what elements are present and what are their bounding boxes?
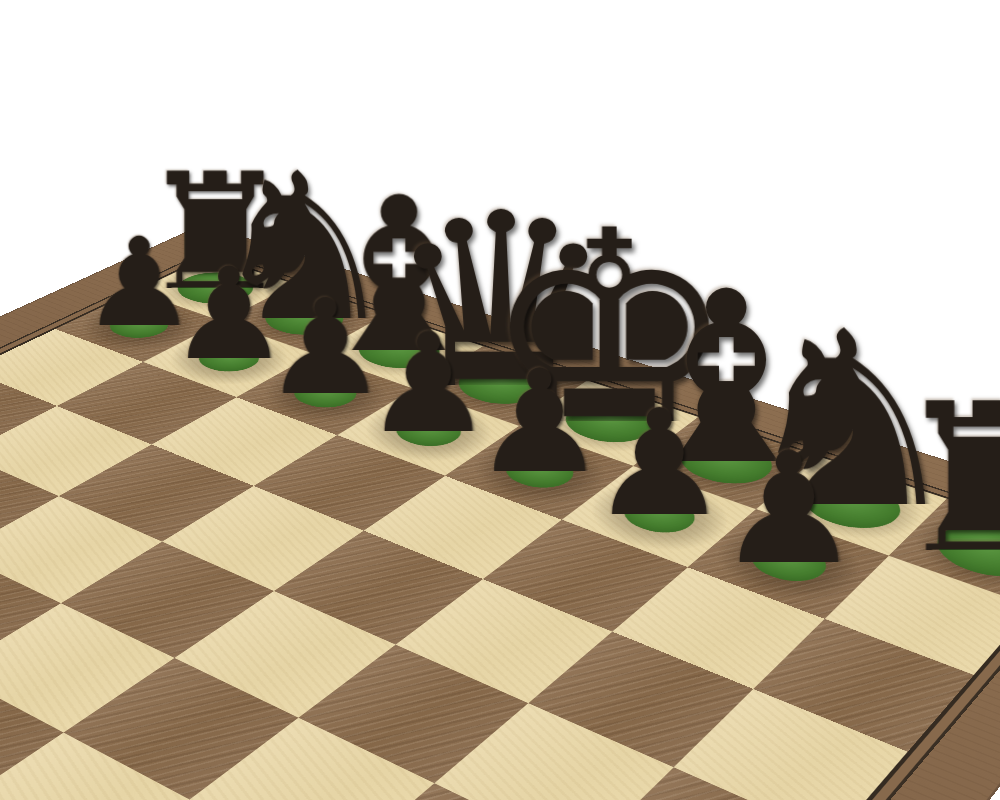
square-f6 <box>483 520 688 632</box>
square-d3 <box>0 603 174 732</box>
board-playing-area: ♜♞♝♛♚♝♞♜♟♟♟♟♟♟♟ <box>0 256 1000 800</box>
green-felt-base <box>788 472 915 538</box>
black-king-glyph: ♚ <box>482 194 737 479</box>
black-rook-a8: ♜ <box>87 16 343 288</box>
chess-set-photo: ♜♞♝♛♚♝♞♜♟♟♟♟♟♟♟ <box>0 0 1000 800</box>
chess-board: ♜♞♝♛♚♝♞♜♟♟♟♟♟♟♟ <box>0 225 1000 800</box>
black-rook-h8: ♜ <box>824 202 1000 550</box>
